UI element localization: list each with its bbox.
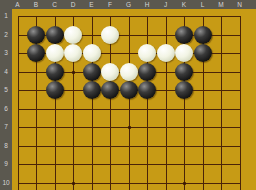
grid-line-horizontal xyxy=(18,109,241,110)
white-stone-c3 xyxy=(46,44,64,62)
black-stone-b3 xyxy=(27,44,45,62)
black-stone-c5 xyxy=(46,81,64,99)
star-point-d4 xyxy=(72,71,75,74)
row-label-7: 7 xyxy=(0,123,12,131)
white-stone-f4 xyxy=(101,63,119,81)
row-label-3: 3 xyxy=(0,49,12,57)
black-stone-e4 xyxy=(83,63,101,81)
grid-line-horizontal xyxy=(18,16,241,17)
column-label-k: K xyxy=(179,0,189,9)
column-label-strip: ABCDEFGHJKLMN xyxy=(0,0,256,9)
row-label-10: 10 xyxy=(0,179,12,187)
row-label-1: 1 xyxy=(0,12,12,20)
column-label-m: M xyxy=(216,0,226,9)
black-stone-k4 xyxy=(175,63,193,81)
white-stone-e3 xyxy=(83,44,101,62)
black-stone-h4 xyxy=(138,63,156,81)
column-label-e: E xyxy=(87,0,97,9)
go-app-screen: ABCDEFGHJKLMN 12345678910 xyxy=(0,0,256,190)
black-stone-f5 xyxy=(101,81,119,99)
column-label-f: F xyxy=(105,0,115,9)
column-label-b: B xyxy=(31,0,41,9)
row-label-4: 4 xyxy=(0,68,12,76)
black-stone-c2 xyxy=(46,26,64,44)
black-stone-b2 xyxy=(27,26,45,44)
black-stone-c4 xyxy=(46,63,64,81)
black-stone-g5 xyxy=(120,81,138,99)
white-stone-k3 xyxy=(175,44,193,62)
column-label-g: G xyxy=(124,0,134,9)
black-stone-k5 xyxy=(175,81,193,99)
black-stone-l3 xyxy=(194,44,212,62)
column-label-n: N xyxy=(235,0,245,9)
star-point-k10 xyxy=(183,182,186,185)
grid-line-horizontal xyxy=(18,146,241,147)
star-point-g7 xyxy=(128,126,131,129)
column-label-j: J xyxy=(161,0,171,9)
grid-line-horizontal xyxy=(18,183,241,184)
white-stone-g4 xyxy=(120,63,138,81)
grid-line-horizontal xyxy=(18,164,241,165)
column-label-l: L xyxy=(198,0,208,9)
white-stone-h3 xyxy=(138,44,156,62)
row-label-9: 9 xyxy=(0,160,12,168)
row-label-5: 5 xyxy=(0,86,12,94)
column-label-d: D xyxy=(68,0,78,9)
black-stone-h5 xyxy=(138,81,156,99)
black-stone-l2 xyxy=(194,26,212,44)
row-label-strip: 12345678910 xyxy=(0,0,12,190)
star-point-d10 xyxy=(72,182,75,185)
black-stone-e5 xyxy=(83,81,101,99)
column-label-h: H xyxy=(142,0,152,9)
row-label-8: 8 xyxy=(0,142,12,150)
white-stone-f2 xyxy=(101,26,119,44)
row-label-2: 2 xyxy=(0,31,12,39)
white-stone-j3 xyxy=(157,44,175,62)
row-label-6: 6 xyxy=(0,105,12,113)
white-stone-d3 xyxy=(64,44,82,62)
black-stone-k2 xyxy=(175,26,193,44)
column-label-a: A xyxy=(13,0,23,9)
column-label-c: C xyxy=(50,0,60,9)
white-stone-d2 xyxy=(64,26,82,44)
